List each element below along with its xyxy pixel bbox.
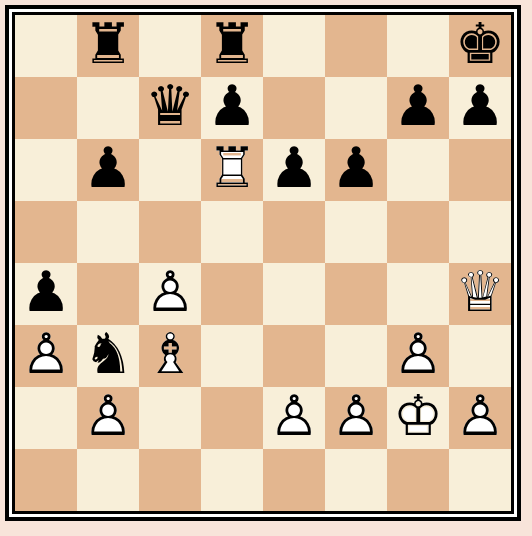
white-pawn: ♟♙ (139, 263, 201, 325)
square-b3[interactable]: ♞ (77, 325, 139, 387)
square-g2[interactable]: ♚♔ (387, 387, 449, 449)
white-pawn-glyph: ♙ (269, 388, 319, 444)
black-queen-glyph: ♛ (145, 78, 195, 134)
square-e7[interactable] (263, 77, 325, 139)
square-a1[interactable] (15, 449, 77, 511)
square-g3[interactable]: ♟♙ (387, 325, 449, 387)
board-frame: ♜♜♚♛♟♟♟♟♜♖♟♟♟♟♙♛♕♟♙♞♝♗♟♙♟♙♟♙♟♙♚♔♟♙ (5, 5, 521, 521)
square-a6[interactable] (15, 139, 77, 201)
black-pawn: ♟ (263, 139, 325, 201)
square-e3[interactable] (263, 325, 325, 387)
white-pawn: ♟♙ (77, 387, 139, 449)
square-e1[interactable] (263, 449, 325, 511)
square-g8[interactable] (387, 15, 449, 77)
square-e6[interactable]: ♟ (263, 139, 325, 201)
white-bishop-glyph: ♗ (145, 326, 195, 382)
square-b1[interactable] (77, 449, 139, 511)
white-pawn-glyph: ♙ (393, 326, 443, 382)
square-d4[interactable] (201, 263, 263, 325)
white-pawn: ♟♙ (15, 325, 77, 387)
black-rook: ♜ (201, 15, 263, 77)
square-h4[interactable]: ♛♕ (449, 263, 511, 325)
square-d6[interactable]: ♜♖ (201, 139, 263, 201)
square-a3[interactable]: ♟♙ (15, 325, 77, 387)
square-d1[interactable] (201, 449, 263, 511)
square-c2[interactable] (139, 387, 201, 449)
square-g7[interactable]: ♟ (387, 77, 449, 139)
white-pawn: ♟♙ (449, 387, 511, 449)
black-pawn: ♟ (15, 263, 77, 325)
black-queen: ♛ (139, 77, 201, 139)
square-f3[interactable] (325, 325, 387, 387)
square-d5[interactable] (201, 201, 263, 263)
square-b7[interactable] (77, 77, 139, 139)
black-pawn-glyph: ♟ (393, 78, 443, 134)
square-b4[interactable] (77, 263, 139, 325)
square-d3[interactable] (201, 325, 263, 387)
white-pawn-glyph: ♙ (455, 388, 505, 444)
black-pawn-glyph: ♟ (269, 140, 319, 196)
square-a2[interactable] (15, 387, 77, 449)
square-a7[interactable] (15, 77, 77, 139)
black-pawn-glyph: ♟ (455, 78, 505, 134)
white-pawn-glyph: ♙ (21, 326, 71, 382)
square-h6[interactable] (449, 139, 511, 201)
square-h3[interactable] (449, 325, 511, 387)
square-g6[interactable] (387, 139, 449, 201)
square-d7[interactable]: ♟ (201, 77, 263, 139)
white-pawn: ♟♙ (387, 325, 449, 387)
square-a5[interactable] (15, 201, 77, 263)
square-c4[interactable]: ♟♙ (139, 263, 201, 325)
white-king: ♚♔ (387, 387, 449, 449)
white-pawn-glyph: ♙ (83, 388, 133, 444)
square-b5[interactable] (77, 201, 139, 263)
white-rook: ♜♖ (201, 139, 263, 201)
black-pawn: ♟ (77, 139, 139, 201)
square-g1[interactable] (387, 449, 449, 511)
black-pawn-glyph: ♟ (21, 264, 71, 320)
square-h7[interactable]: ♟ (449, 77, 511, 139)
white-pawn: ♟♙ (325, 387, 387, 449)
white-queen: ♛♕ (449, 263, 511, 325)
square-c3[interactable]: ♝♗ (139, 325, 201, 387)
square-e2[interactable]: ♟♙ (263, 387, 325, 449)
white-king-glyph: ♔ (393, 388, 443, 444)
black-rook: ♜ (77, 15, 139, 77)
square-c6[interactable] (139, 139, 201, 201)
square-c8[interactable] (139, 15, 201, 77)
square-f1[interactable] (325, 449, 387, 511)
square-c7[interactable]: ♛ (139, 77, 201, 139)
square-b6[interactable]: ♟ (77, 139, 139, 201)
black-rook-glyph: ♜ (83, 16, 133, 72)
black-pawn: ♟ (449, 77, 511, 139)
black-knight-glyph: ♞ (83, 326, 133, 382)
black-pawn-glyph: ♟ (83, 140, 133, 196)
white-pawn-glyph: ♙ (145, 264, 195, 320)
square-d8[interactable]: ♜ (201, 15, 263, 77)
white-rook-glyph: ♖ (207, 140, 257, 196)
square-g5[interactable] (387, 201, 449, 263)
board-inner-border: ♜♜♚♛♟♟♟♟♜♖♟♟♟♟♙♛♕♟♙♞♝♗♟♙♟♙♟♙♟♙♚♔♟♙ (12, 12, 514, 514)
square-a4[interactable]: ♟ (15, 263, 77, 325)
square-e4[interactable] (263, 263, 325, 325)
square-h2[interactable]: ♟♙ (449, 387, 511, 449)
black-pawn-glyph: ♟ (331, 140, 381, 196)
square-f5[interactable] (325, 201, 387, 263)
black-king-glyph: ♚ (455, 16, 505, 72)
white-pawn: ♟♙ (263, 387, 325, 449)
square-e5[interactable] (263, 201, 325, 263)
black-pawn: ♟ (325, 139, 387, 201)
black-pawn-glyph: ♟ (207, 78, 257, 134)
square-c1[interactable] (139, 449, 201, 511)
square-g4[interactable] (387, 263, 449, 325)
square-f6[interactable]: ♟ (325, 139, 387, 201)
square-h8[interactable]: ♚ (449, 15, 511, 77)
black-rook-glyph: ♜ (207, 16, 257, 72)
square-e8[interactable] (263, 15, 325, 77)
white-queen-glyph: ♕ (455, 264, 505, 320)
square-h1[interactable] (449, 449, 511, 511)
chess-board: ♜♜♚♛♟♟♟♟♜♖♟♟♟♟♙♛♕♟♙♞♝♗♟♙♟♙♟♙♟♙♚♔♟♙ (15, 15, 511, 511)
square-h5[interactable] (449, 201, 511, 263)
black-knight: ♞ (77, 325, 139, 387)
white-pawn-glyph: ♙ (331, 388, 381, 444)
square-f2[interactable]: ♟♙ (325, 387, 387, 449)
black-king: ♚ (449, 15, 511, 77)
square-f8[interactable] (325, 15, 387, 77)
white-bishop: ♝♗ (139, 325, 201, 387)
square-b8[interactable]: ♜ (77, 15, 139, 77)
black-pawn: ♟ (387, 77, 449, 139)
square-b2[interactable]: ♟♙ (77, 387, 139, 449)
black-pawn: ♟ (201, 77, 263, 139)
square-c5[interactable] (139, 201, 201, 263)
square-f7[interactable] (325, 77, 387, 139)
square-f4[interactable] (325, 263, 387, 325)
square-a8[interactable] (15, 15, 77, 77)
square-d2[interactable] (201, 387, 263, 449)
